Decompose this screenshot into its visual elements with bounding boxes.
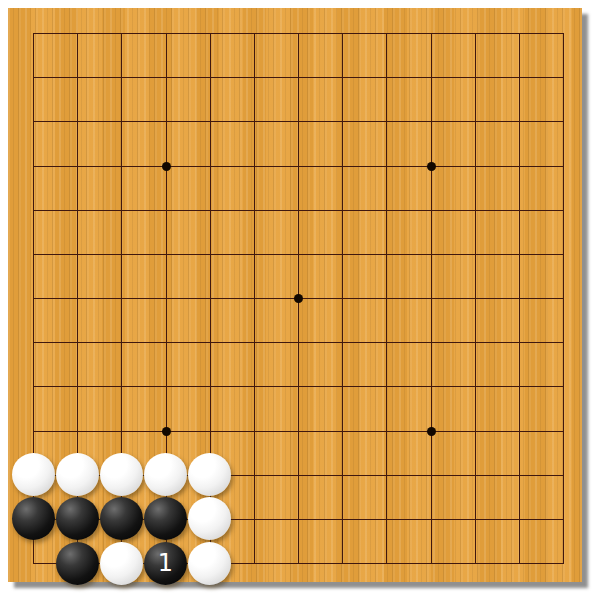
black-stone	[56, 497, 99, 540]
grid-line-vertical	[563, 33, 564, 564]
page: 1	[0, 0, 600, 600]
star-point	[162, 427, 171, 436]
move-1-stone: 1	[144, 542, 187, 585]
grid-line-vertical	[519, 33, 520, 564]
go-board[interactable]: 1	[8, 8, 582, 582]
black-stone	[56, 542, 99, 585]
grid-line-vertical	[431, 33, 432, 564]
star-point	[427, 162, 436, 171]
black-stone	[100, 497, 143, 540]
white-stone	[144, 453, 187, 496]
white-stone	[188, 542, 231, 585]
grid-line-vertical	[342, 33, 343, 564]
black-stone	[144, 497, 187, 540]
grid-line-horizontal	[33, 342, 564, 343]
star-point	[162, 162, 171, 171]
grid-line-vertical	[386, 33, 387, 564]
white-stone	[56, 453, 99, 496]
black-stone	[12, 497, 55, 540]
white-stone	[100, 453, 143, 496]
white-stone	[188, 453, 231, 496]
star-point	[427, 427, 436, 436]
grid-line-vertical	[475, 33, 476, 564]
grid-line-horizontal	[33, 431, 564, 432]
white-stone	[100, 542, 143, 585]
white-stone	[12, 453, 55, 496]
star-point	[294, 294, 303, 303]
move-number-label: 1	[158, 551, 173, 575]
grid-line-horizontal	[33, 386, 564, 387]
white-stone	[188, 497, 231, 540]
